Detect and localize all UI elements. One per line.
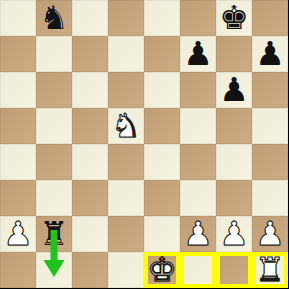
square-e8[interactable] bbox=[144, 0, 180, 36]
square-g4[interactable] bbox=[216, 144, 252, 180]
square-e5[interactable] bbox=[144, 108, 180, 144]
square-a4[interactable] bbox=[0, 144, 36, 180]
square-g1[interactable] bbox=[216, 252, 252, 288]
square-b2[interactable]: ♜ bbox=[36, 216, 72, 252]
square-e2[interactable] bbox=[144, 216, 180, 252]
square-d5[interactable]: ♞ bbox=[108, 108, 144, 144]
square-e1[interactable]: ♚ bbox=[144, 252, 180, 288]
square-c8[interactable] bbox=[72, 0, 108, 36]
square-c1[interactable] bbox=[72, 252, 108, 288]
square-h7[interactable]: ♟ bbox=[252, 36, 288, 72]
piece-white-knight[interactable]: ♞ bbox=[111, 108, 141, 144]
square-a7[interactable] bbox=[0, 36, 36, 72]
square-c3[interactable] bbox=[72, 180, 108, 216]
piece-white-rook[interactable]: ♜ bbox=[255, 252, 285, 288]
piece-white-pawn[interactable]: ♟ bbox=[255, 216, 285, 252]
square-c2[interactable] bbox=[72, 216, 108, 252]
piece-black-pawn[interactable]: ♟ bbox=[255, 36, 285, 72]
chess-board: ♞♚♟♟♟♞♟♜♟♟♟♚♜ bbox=[0, 0, 288, 288]
square-g7[interactable] bbox=[216, 36, 252, 72]
square-g2[interactable]: ♟ bbox=[216, 216, 252, 252]
square-d2[interactable] bbox=[108, 216, 144, 252]
square-e7[interactable] bbox=[144, 36, 180, 72]
square-c7[interactable] bbox=[72, 36, 108, 72]
square-f7[interactable]: ♟ bbox=[180, 36, 216, 72]
square-f1[interactable] bbox=[180, 252, 216, 288]
square-c4[interactable] bbox=[72, 144, 108, 180]
square-b7[interactable] bbox=[36, 36, 72, 72]
square-a6[interactable] bbox=[0, 72, 36, 108]
piece-black-knight[interactable]: ♞ bbox=[39, 0, 69, 36]
piece-white-pawn[interactable]: ♟ bbox=[183, 216, 213, 252]
square-b6[interactable] bbox=[36, 72, 72, 108]
square-a3[interactable] bbox=[0, 180, 36, 216]
square-d3[interactable] bbox=[108, 180, 144, 216]
square-c5[interactable] bbox=[72, 108, 108, 144]
square-a8[interactable] bbox=[0, 0, 36, 36]
square-d7[interactable] bbox=[108, 36, 144, 72]
square-h2[interactable]: ♟ bbox=[252, 216, 288, 252]
piece-black-pawn[interactable]: ♟ bbox=[219, 72, 249, 108]
square-f8[interactable] bbox=[180, 0, 216, 36]
square-h3[interactable] bbox=[252, 180, 288, 216]
square-d1[interactable] bbox=[108, 252, 144, 288]
square-b3[interactable] bbox=[36, 180, 72, 216]
square-f4[interactable] bbox=[180, 144, 216, 180]
square-b5[interactable] bbox=[36, 108, 72, 144]
piece-black-king[interactable]: ♚ bbox=[219, 0, 249, 36]
square-g6[interactable]: ♟ bbox=[216, 72, 252, 108]
square-f5[interactable] bbox=[180, 108, 216, 144]
square-b8[interactable]: ♞ bbox=[36, 0, 72, 36]
square-h5[interactable] bbox=[252, 108, 288, 144]
square-f3[interactable] bbox=[180, 180, 216, 216]
square-a5[interactable] bbox=[0, 108, 36, 144]
square-b1[interactable] bbox=[36, 252, 72, 288]
piece-white-pawn[interactable]: ♟ bbox=[3, 216, 33, 252]
square-f6[interactable] bbox=[180, 72, 216, 108]
square-g3[interactable] bbox=[216, 180, 252, 216]
square-d8[interactable] bbox=[108, 0, 144, 36]
square-c6[interactable] bbox=[72, 72, 108, 108]
square-g8[interactable]: ♚ bbox=[216, 0, 252, 36]
square-e6[interactable] bbox=[144, 72, 180, 108]
piece-black-pawn[interactable]: ♟ bbox=[183, 36, 213, 72]
square-d4[interactable] bbox=[108, 144, 144, 180]
piece-white-pawn[interactable]: ♟ bbox=[219, 216, 249, 252]
square-h1[interactable]: ♜ bbox=[252, 252, 288, 288]
square-h6[interactable] bbox=[252, 72, 288, 108]
square-e4[interactable] bbox=[144, 144, 180, 180]
square-d6[interactable] bbox=[108, 72, 144, 108]
piece-black-rook[interactable]: ♜ bbox=[39, 216, 69, 252]
square-a1[interactable] bbox=[0, 252, 36, 288]
square-g5[interactable] bbox=[216, 108, 252, 144]
square-a2[interactable]: ♟ bbox=[0, 216, 36, 252]
square-f2[interactable]: ♟ bbox=[180, 216, 216, 252]
square-h8[interactable] bbox=[252, 0, 288, 36]
square-h4[interactable] bbox=[252, 144, 288, 180]
square-b4[interactable] bbox=[36, 144, 72, 180]
piece-white-king[interactable]: ♚ bbox=[147, 252, 177, 288]
square-e3[interactable] bbox=[144, 180, 180, 216]
